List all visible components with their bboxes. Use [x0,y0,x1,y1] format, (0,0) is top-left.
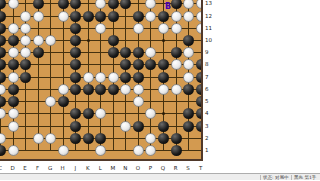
white-stone[interactable] [20,11,31,22]
column-label-J: J [70,165,80,171]
star-point [162,112,165,115]
black-stone[interactable] [196,72,203,83]
white-stone[interactable] [145,133,156,144]
grid-line-horizontal [0,101,201,102]
row-label-5: 5 [205,98,217,104]
black-stone[interactable] [8,84,19,95]
column-label-T: T [196,165,206,171]
black-stone[interactable] [0,35,6,46]
white-stone[interactable] [45,133,56,144]
row-label-10: 10 [205,37,217,43]
black-stone[interactable] [0,96,6,107]
black-stone[interactable] [83,84,94,95]
black-stone[interactable] [120,0,131,9]
black-stone[interactable] [183,35,194,46]
white-stone[interactable] [171,84,182,95]
white-stone[interactable] [8,145,19,156]
black-stone[interactable] [145,59,156,70]
white-stone[interactable] [145,145,156,156]
black-stone[interactable] [120,47,131,58]
white-stone[interactable] [33,11,44,22]
black-stone[interactable] [183,84,194,95]
white-stone[interactable] [196,11,203,22]
column-label-O: O [133,165,143,171]
black-stone[interactable] [120,59,131,70]
white-stone[interactable] [158,23,169,34]
black-stone[interactable] [133,47,144,58]
row-label-8: 8 [205,61,217,67]
status-bar: 状态: 对局中 黑先 第1手 [0,173,320,181]
black-stone[interactable] [0,0,6,9]
black-stone[interactable] [196,121,203,132]
column-label-K: K [83,165,93,171]
white-stone[interactable] [8,121,19,132]
black-stone[interactable] [108,35,119,46]
white-stone[interactable] [183,11,194,22]
white-stone[interactable] [95,72,106,83]
white-stone[interactable] [171,11,182,22]
black-stone[interactable] [196,96,203,107]
black-stone[interactable] [171,133,182,144]
white-stone[interactable] [158,84,169,95]
black-stone[interactable] [120,72,131,83]
black-stone[interactable] [70,0,81,9]
column-label-P: P [145,165,155,171]
black-stone[interactable] [58,96,69,107]
white-stone[interactable] [171,23,182,34]
white-stone[interactable] [145,11,156,22]
black-stone[interactable] [108,11,119,22]
black-stone[interactable] [171,145,182,156]
white-stone[interactable] [145,108,156,119]
white-stone[interactable] [58,11,69,22]
black-stone[interactable] [196,84,203,95]
black-stone[interactable] [0,145,6,156]
column-label-D: D [8,165,18,171]
row-label-4: 4 [205,110,217,116]
black-stone[interactable] [8,35,19,46]
white-stone[interactable] [183,59,194,70]
row-label-2: 2 [205,135,217,141]
white-stone[interactable] [45,96,56,107]
black-stone[interactable] [95,133,106,144]
variation-label-B: B [165,3,171,11]
white-stone[interactable] [20,47,31,58]
column-label-R: R [171,165,181,171]
white-stone[interactable] [95,108,106,119]
go-app-window: B 13121110987654321 CDEFGHJKLMNOPQRST 状态… [0,0,320,180]
white-stone[interactable] [8,47,19,58]
white-stone[interactable] [20,35,31,46]
white-stone[interactable] [183,72,194,83]
black-stone[interactable] [108,84,119,95]
black-stone[interactable] [158,121,169,132]
white-stone[interactable] [45,35,56,46]
column-label-G: G [45,165,55,171]
black-stone[interactable] [33,47,44,58]
black-stone[interactable] [158,59,169,70]
black-stone[interactable] [70,59,81,70]
black-stone[interactable] [108,47,119,58]
black-stone[interactable] [133,121,144,132]
black-stone[interactable] [70,23,81,34]
white-stone[interactable] [133,84,144,95]
column-label-E: E [20,165,30,171]
white-stone[interactable] [95,23,106,34]
white-stone[interactable] [8,72,19,83]
white-stone[interactable] [33,133,44,144]
row-label-7: 7 [205,74,217,80]
black-stone[interactable] [33,0,44,9]
black-stone[interactable] [83,108,94,119]
column-label-L: L [95,165,105,171]
white-stone[interactable] [0,108,6,119]
black-stone[interactable] [70,108,81,119]
black-stone[interactable] [70,133,81,144]
white-stone[interactable] [8,0,19,9]
column-label-C: C [0,165,5,171]
black-stone[interactable] [70,121,81,132]
black-stone[interactable] [133,59,144,70]
white-stone[interactable] [0,133,6,144]
row-label-11: 11 [205,25,217,31]
white-stone[interactable] [95,145,106,156]
black-stone[interactable] [0,47,6,58]
white-stone[interactable] [196,23,203,34]
black-stone[interactable] [133,11,144,22]
black-stone[interactable] [70,35,81,46]
black-stone[interactable] [196,59,203,70]
row-label-13: 13 [205,0,217,6]
status-segment-1: 状态: 对局中 [260,175,292,181]
white-stone[interactable] [120,121,131,132]
white-stone[interactable] [58,84,69,95]
white-stone[interactable] [133,96,144,107]
grid-line-vertical [63,0,64,150]
white-stone[interactable] [8,108,19,119]
white-stone[interactable] [58,145,69,156]
white-stone[interactable] [20,23,31,34]
black-stone[interactable] [20,72,31,83]
column-label-M: M [108,165,118,171]
white-stone[interactable] [120,84,131,95]
black-stone[interactable] [108,0,119,9]
black-stone[interactable] [0,59,6,70]
white-stone[interactable] [95,0,106,9]
black-stone[interactable] [0,11,6,22]
white-stone[interactable] [145,47,156,58]
white-stone[interactable] [83,72,94,83]
grid-line-vertical [50,0,51,150]
row-label-9: 9 [205,49,217,55]
star-point [162,39,165,42]
black-stone[interactable] [58,0,69,9]
black-stone[interactable] [158,11,169,22]
grid-line-vertical [38,0,39,150]
black-stone[interactable] [158,133,169,144]
column-label-F: F [33,165,43,171]
white-stone[interactable] [133,145,144,156]
column-label-S: S [183,165,193,171]
black-stone[interactable] [183,121,194,132]
row-label-6: 6 [205,86,217,92]
black-stone[interactable] [171,0,182,9]
white-stone[interactable] [183,0,194,9]
black-stone[interactable] [83,133,94,144]
white-stone[interactable] [8,23,19,34]
black-stone[interactable] [8,96,19,107]
black-stone[interactable] [183,108,194,119]
black-stone[interactable] [95,84,106,95]
black-stone[interactable] [70,47,81,58]
black-stone[interactable] [158,72,169,83]
black-stone[interactable] [95,11,106,22]
white-stone[interactable] [0,84,6,95]
star-point [87,39,90,42]
row-label-3: 3 [205,123,217,129]
go-board[interactable]: B [0,0,203,161]
white-stone[interactable] [183,47,194,58]
column-label-N: N [120,165,130,171]
black-stone[interactable] [83,11,94,22]
white-stone[interactable] [196,0,203,9]
grid-line-horizontal [0,126,201,127]
black-stone[interactable] [20,59,31,70]
row-label-12: 12 [205,13,217,19]
black-stone[interactable] [0,72,6,83]
black-stone[interactable] [8,59,19,70]
white-stone[interactable] [171,59,182,70]
black-stone[interactable] [70,11,81,22]
white-stone[interactable] [145,0,156,9]
white-stone[interactable] [133,23,144,34]
column-label-H: H [58,165,68,171]
black-stone[interactable] [0,23,6,34]
black-stone[interactable] [70,72,81,83]
black-stone[interactable] [196,108,203,119]
row-label-1: 1 [205,147,217,153]
black-stone[interactable] [171,47,182,58]
status-segment-2: 黑先 第1手 [291,175,320,181]
white-stone[interactable] [33,35,44,46]
grid-line-vertical [150,0,151,150]
column-label-Q: Q [158,165,168,171]
white-stone[interactable] [108,72,119,83]
black-stone[interactable] [133,72,144,83]
black-stone[interactable] [70,84,81,95]
